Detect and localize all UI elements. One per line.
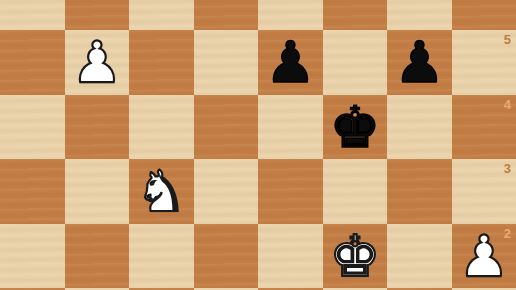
square-d5[interactable]	[194, 30, 259, 95]
square-a2[interactable]	[0, 224, 65, 289]
rank-label-3: 3	[504, 162, 511, 175]
square-e2[interactable]	[258, 224, 323, 289]
black-pawn[interactable]: ♟	[265, 30, 316, 95]
square-h3[interactable]: 3	[452, 159, 516, 224]
square-c4[interactable]	[129, 95, 194, 160]
chess-board: ♟♟♟5♚4♞3♚2♟	[0, 0, 516, 290]
square-c6[interactable]	[129, 0, 194, 30]
white-pawn[interactable]: ♟	[71, 30, 122, 95]
black-pawn[interactable]: ♟	[394, 30, 445, 95]
black-king[interactable]: ♚	[329, 95, 380, 160]
square-h6[interactable]	[452, 0, 516, 30]
square-c5[interactable]	[129, 30, 194, 95]
square-h2[interactable]: 2♟	[452, 224, 516, 289]
square-f5[interactable]	[323, 30, 388, 95]
white-knight[interactable]: ♞	[136, 159, 187, 224]
white-pawn[interactable]: ♟	[458, 224, 509, 289]
square-g3[interactable]	[387, 159, 452, 224]
square-b2[interactable]	[65, 224, 130, 289]
square-d4[interactable]	[194, 95, 259, 160]
square-g5[interactable]: ♟	[387, 30, 452, 95]
square-a3[interactable]	[0, 159, 65, 224]
rank-label-5: 5	[504, 33, 511, 46]
square-b4[interactable]	[65, 95, 130, 160]
square-a5[interactable]	[0, 30, 65, 95]
square-f3[interactable]	[323, 159, 388, 224]
rank-label-4: 4	[504, 98, 511, 111]
rank-label-2: 2	[504, 227, 511, 240]
square-f6[interactable]	[323, 0, 388, 30]
square-h4[interactable]: 4	[452, 95, 516, 160]
square-c3[interactable]: ♞	[129, 159, 194, 224]
square-b5[interactable]: ♟	[65, 30, 130, 95]
square-a4[interactable]	[0, 95, 65, 160]
square-h5[interactable]: 5	[452, 30, 516, 95]
square-d6[interactable]	[194, 0, 259, 30]
square-e4[interactable]	[258, 95, 323, 160]
square-c2[interactable]	[129, 224, 194, 289]
square-d2[interactable]	[194, 224, 259, 289]
square-e5[interactable]: ♟	[258, 30, 323, 95]
square-f4[interactable]: ♚	[323, 95, 388, 160]
square-d3[interactable]	[194, 159, 259, 224]
square-g4[interactable]	[387, 95, 452, 160]
square-b6[interactable]	[65, 0, 130, 30]
square-a6[interactable]	[0, 0, 65, 30]
square-e3[interactable]	[258, 159, 323, 224]
square-g6[interactable]	[387, 0, 452, 30]
square-f2[interactable]: ♚	[323, 224, 388, 289]
square-g2[interactable]	[387, 224, 452, 289]
square-e6[interactable]	[258, 0, 323, 30]
chess-board-viewport: ♟♟♟5♚4♞3♚2♟	[0, 0, 516, 290]
white-king[interactable]: ♚	[329, 224, 380, 289]
square-b3[interactable]	[65, 159, 130, 224]
